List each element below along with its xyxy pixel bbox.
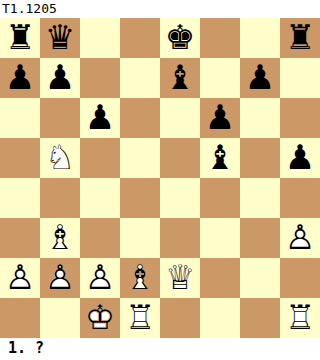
piece-black-rook-icon: ♜ (0, 18, 40, 58)
square-c5[interactable] (80, 138, 120, 178)
square-b1[interactable] (40, 298, 80, 338)
square-c7[interactable] (80, 58, 120, 98)
square-d2[interactable]: ♝♗ (120, 258, 160, 298)
square-b7[interactable]: ♟ (40, 58, 80, 98)
piece-black-pawn-icon: ♟ (240, 58, 280, 98)
square-h3[interactable]: ♟♙ (280, 218, 320, 258)
piece-white-pawn-icon: ♙ (80, 258, 120, 298)
piece-white-king-icon: ♔ (80, 298, 120, 338)
square-h1[interactable]: ♜♖ (280, 298, 320, 338)
piece-white-rook-icon: ♖ (120, 298, 160, 338)
square-b8[interactable]: ♛ (40, 18, 80, 58)
square-h7[interactable] (280, 58, 320, 98)
square-e6[interactable] (160, 98, 200, 138)
square-g2[interactable] (240, 258, 280, 298)
square-f6[interactable]: ♟ (200, 98, 240, 138)
square-g8[interactable] (240, 18, 280, 58)
square-a4[interactable] (0, 178, 40, 218)
puzzle-id: T1.1205 (0, 0, 320, 18)
square-e7[interactable]: ♝ (160, 58, 200, 98)
piece-white-bishop-icon: ♗ (120, 258, 160, 298)
square-a5[interactable] (0, 138, 40, 178)
square-c6[interactable]: ♟ (80, 98, 120, 138)
square-g7[interactable]: ♟ (240, 58, 280, 98)
square-d4[interactable] (120, 178, 160, 218)
square-c8[interactable] (80, 18, 120, 58)
square-b4[interactable] (40, 178, 80, 218)
square-a2[interactable]: ♟♙ (0, 258, 40, 298)
piece-black-pawn-icon: ♟ (0, 58, 40, 98)
square-b3[interactable]: ♝♗ (40, 218, 80, 258)
square-a1[interactable] (0, 298, 40, 338)
square-a3[interactable] (0, 218, 40, 258)
square-a8[interactable]: ♜ (0, 18, 40, 58)
square-e1[interactable] (160, 298, 200, 338)
move-prompt: 1. ? (0, 338, 320, 360)
piece-white-pawn-icon: ♙ (0, 258, 40, 298)
square-c4[interactable] (80, 178, 120, 218)
piece-black-pawn-icon: ♟ (80, 98, 120, 138)
piece-white-pawn-icon: ♙ (40, 258, 80, 298)
square-g3[interactable] (240, 218, 280, 258)
square-a6[interactable] (0, 98, 40, 138)
square-e8[interactable]: ♚ (160, 18, 200, 58)
piece-white-pawn-icon: ♙ (280, 218, 320, 258)
piece-black-queen-icon: ♛ (40, 18, 80, 58)
piece-black-pawn-icon: ♟ (280, 138, 320, 178)
square-h5[interactable]: ♟ (280, 138, 320, 178)
square-b2[interactable]: ♟♙ (40, 258, 80, 298)
piece-black-pawn-icon: ♟ (200, 98, 240, 138)
piece-black-rook-icon: ♜ (280, 18, 320, 58)
square-e5[interactable] (160, 138, 200, 178)
piece-black-king-icon: ♚ (160, 18, 200, 58)
square-f4[interactable] (200, 178, 240, 218)
square-d6[interactable] (120, 98, 160, 138)
square-h4[interactable] (280, 178, 320, 218)
square-f1[interactable] (200, 298, 240, 338)
puzzle-page: T1.1205 ♜♛♚♜♟♟♝♟♟♟♞♘♝♟♝♗♟♙♟♙♟♙♟♙♝♗♛♕♚♔♜♖… (0, 0, 320, 360)
square-d1[interactable]: ♜♖ (120, 298, 160, 338)
piece-black-bishop-icon: ♝ (200, 138, 240, 178)
chess-board: ♜♛♚♜♟♟♝♟♟♟♞♘♝♟♝♗♟♙♟♙♟♙♟♙♝♗♛♕♚♔♜♖♜♖ (0, 18, 320, 338)
square-c2[interactable]: ♟♙ (80, 258, 120, 298)
piece-white-queen-icon: ♕ (160, 258, 200, 298)
square-g1[interactable] (240, 298, 280, 338)
square-h8[interactable]: ♜ (280, 18, 320, 58)
square-c3[interactable] (80, 218, 120, 258)
square-e4[interactable] (160, 178, 200, 218)
square-d5[interactable] (120, 138, 160, 178)
square-d3[interactable] (120, 218, 160, 258)
square-f5[interactable]: ♝ (200, 138, 240, 178)
piece-white-knight-icon: ♘ (40, 138, 80, 178)
square-e3[interactable] (160, 218, 200, 258)
square-f2[interactable] (200, 258, 240, 298)
square-h2[interactable] (280, 258, 320, 298)
square-f7[interactable] (200, 58, 240, 98)
square-a7[interactable]: ♟ (0, 58, 40, 98)
square-b5[interactable]: ♞♘ (40, 138, 80, 178)
square-f3[interactable] (200, 218, 240, 258)
square-f8[interactable] (200, 18, 240, 58)
square-g5[interactable] (240, 138, 280, 178)
square-e2[interactable]: ♛♕ (160, 258, 200, 298)
square-b6[interactable] (40, 98, 80, 138)
square-c1[interactable]: ♚♔ (80, 298, 120, 338)
square-d7[interactable] (120, 58, 160, 98)
square-g4[interactable] (240, 178, 280, 218)
piece-black-pawn-icon: ♟ (40, 58, 80, 98)
square-g6[interactable] (240, 98, 280, 138)
piece-white-rook-icon: ♖ (280, 298, 320, 338)
piece-white-bishop-icon: ♗ (40, 218, 80, 258)
piece-black-bishop-icon: ♝ (160, 58, 200, 98)
square-h6[interactable] (280, 98, 320, 138)
square-d8[interactable] (120, 18, 160, 58)
